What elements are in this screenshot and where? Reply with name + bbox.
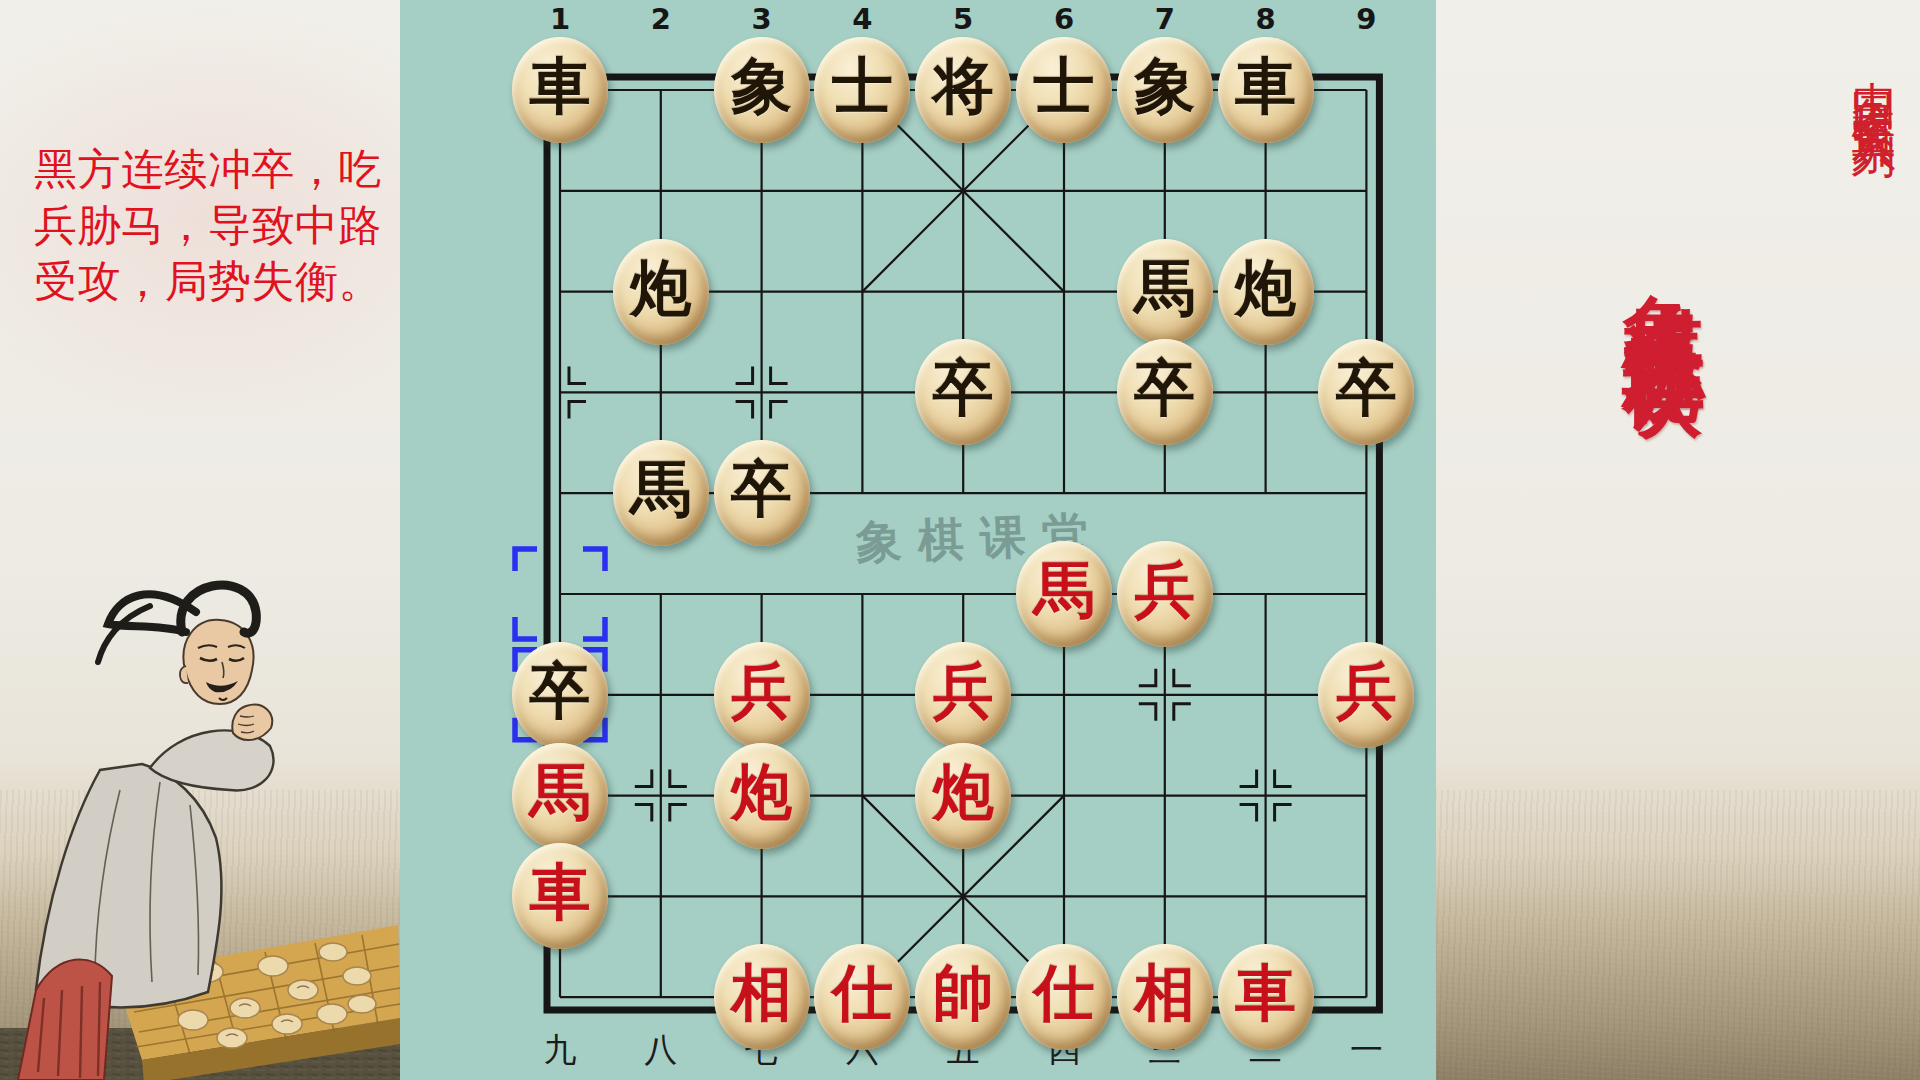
piece-red-馬-f6r6[interactable]: 馬 bbox=[1016, 541, 1112, 647]
piece-black-車-f8r1[interactable]: 車 bbox=[1218, 37, 1314, 143]
piece-glyph: 車 bbox=[1235, 953, 1296, 1035]
piece-glyph: 兵 bbox=[731, 651, 792, 733]
piece-glyph: 炮 bbox=[630, 248, 691, 330]
piece-glyph: 兵 bbox=[1134, 550, 1195, 632]
piece-glyph: 馬 bbox=[1034, 550, 1095, 632]
file-label-top-1: 1 bbox=[550, 2, 570, 36]
piece-glyph: 兵 bbox=[1336, 651, 1397, 733]
file-label-bottom-一: 一 bbox=[1350, 1028, 1383, 1073]
piece-red-帥-f5r10[interactable]: 帥 bbox=[915, 944, 1011, 1050]
piece-glyph: 馬 bbox=[630, 449, 691, 531]
piece-glyph: 相 bbox=[1134, 953, 1195, 1035]
piece-black-馬-f7r3[interactable]: 馬 bbox=[1117, 239, 1213, 345]
piece-black-卒-f3r5[interactable]: 卒 bbox=[714, 440, 810, 546]
piece-glyph: 卒 bbox=[1336, 348, 1397, 430]
piece-glyph: 相 bbox=[731, 953, 792, 1035]
piece-black-卒-f1r7[interactable]: 卒 bbox=[512, 642, 608, 748]
piece-glyph: 馬 bbox=[1134, 248, 1195, 330]
piece-black-馬-f2r5[interactable]: 馬 bbox=[613, 440, 709, 546]
piece-red-兵-f5r7[interactable]: 兵 bbox=[915, 642, 1011, 748]
file-label-top-3: 3 bbox=[752, 2, 772, 36]
piece-red-車-f8r10[interactable]: 車 bbox=[1218, 944, 1314, 1050]
piece-glyph: 士 bbox=[832, 46, 893, 128]
file-label-top-8: 8 bbox=[1256, 2, 1276, 36]
piece-black-将-f5r1[interactable]: 将 bbox=[915, 37, 1011, 143]
piece-black-士-f6r1[interactable]: 士 bbox=[1016, 37, 1112, 143]
piece-black-卒-f5r4[interactable]: 卒 bbox=[915, 339, 1011, 445]
xiangqi-board: 象棋课堂 123456789 九八七六五四三二一 車象士将士象車炮馬炮卒卒卒馬卒… bbox=[400, 0, 1436, 1080]
piece-black-士-f4r1[interactable]: 士 bbox=[814, 37, 910, 143]
piece-red-兵-f7r6[interactable]: 兵 bbox=[1117, 541, 1213, 647]
piece-red-兵-f9r7[interactable]: 兵 bbox=[1318, 642, 1414, 748]
piece-red-炮-f3r8[interactable]: 炮 bbox=[714, 743, 810, 849]
file-label-bottom-八: 八 bbox=[644, 1028, 677, 1073]
piece-black-炮-f2r3[interactable]: 炮 bbox=[613, 239, 709, 345]
file-label-top-7: 7 bbox=[1155, 2, 1175, 36]
piece-black-炮-f8r3[interactable]: 炮 bbox=[1218, 239, 1314, 345]
piece-black-象-f3r1[interactable]: 象 bbox=[714, 37, 810, 143]
file-label-top-5: 5 bbox=[953, 2, 973, 36]
piece-glyph: 炮 bbox=[731, 752, 792, 834]
piece-glyph: 仕 bbox=[1034, 953, 1095, 1035]
page: 黑方连续冲卒，吃 兵胁马，导致中路 受攻，局势失衡。 bbox=[0, 0, 1920, 1080]
file-label-top-6: 6 bbox=[1054, 2, 1074, 36]
file-label-top-4: 4 bbox=[852, 2, 872, 36]
series-title: 中国象棋宝典系列 bbox=[1844, 46, 1903, 496]
piece-glyph: 帥 bbox=[933, 953, 994, 1035]
piece-red-炮-f5r8[interactable]: 炮 bbox=[915, 743, 1011, 849]
piece-red-車-f1r9[interactable]: 車 bbox=[512, 843, 608, 949]
piece-glyph: 卒 bbox=[731, 449, 792, 531]
piece-glyph: 兵 bbox=[933, 651, 994, 733]
piece-glyph: 仕 bbox=[832, 953, 893, 1035]
piece-glyph: 士 bbox=[1034, 46, 1095, 128]
piece-glyph: 将 bbox=[933, 46, 994, 128]
piece-glyph: 炮 bbox=[1235, 248, 1296, 330]
file-label-top-2: 2 bbox=[651, 2, 671, 36]
piece-glyph: 卒 bbox=[1134, 348, 1195, 430]
piece-glyph: 車 bbox=[530, 852, 591, 934]
piece-glyph: 象 bbox=[731, 46, 792, 128]
piece-red-仕-f6r10[interactable]: 仕 bbox=[1016, 944, 1112, 1050]
piece-red-馬-f1r8[interactable]: 馬 bbox=[512, 743, 608, 849]
annotation-line-1: 黑方连续冲卒，吃 bbox=[34, 142, 400, 198]
piece-black-卒-f7r4[interactable]: 卒 bbox=[1117, 339, 1213, 445]
piece-glyph: 卒 bbox=[933, 348, 994, 430]
main-title: 象棋速胜秘诀 bbox=[1608, 228, 1718, 808]
piece-glyph: 象 bbox=[1134, 46, 1195, 128]
annotation-line-2: 兵胁马，导致中路 bbox=[34, 198, 400, 254]
file-label-bottom-九: 九 bbox=[544, 1028, 577, 1073]
piece-glyph: 卒 bbox=[530, 651, 591, 733]
lesson-annotation: 黑方连续冲卒，吃 兵胁马，导致中路 受攻，局势失衡。 bbox=[34, 142, 400, 310]
file-label-top-9: 9 bbox=[1356, 2, 1376, 36]
piece-red-相-f7r10[interactable]: 相 bbox=[1117, 944, 1213, 1050]
piece-glyph: 馬 bbox=[530, 752, 591, 834]
piece-black-象-f7r1[interactable]: 象 bbox=[1117, 37, 1213, 143]
scholar-illustration bbox=[0, 520, 400, 1080]
piece-red-相-f3r10[interactable]: 相 bbox=[714, 944, 810, 1050]
piece-glyph: 車 bbox=[1235, 46, 1296, 128]
piece-red-兵-f3r7[interactable]: 兵 bbox=[714, 642, 810, 748]
piece-glyph: 炮 bbox=[933, 752, 994, 834]
piece-red-仕-f4r10[interactable]: 仕 bbox=[814, 944, 910, 1050]
annotation-line-3: 受攻，局势失衡。 bbox=[34, 254, 400, 310]
piece-black-車-f1r1[interactable]: 車 bbox=[512, 37, 608, 143]
piece-glyph: 車 bbox=[530, 46, 591, 128]
